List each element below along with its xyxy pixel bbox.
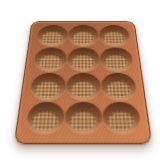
cup-bottom-texture (105, 81, 132, 98)
muffin-cup (100, 73, 136, 100)
muffin-cup (68, 25, 99, 46)
cup-bottom-texture (103, 31, 126, 44)
cup-bottom-texture (72, 31, 95, 44)
muffin-cup (64, 102, 102, 133)
muffin-cup (67, 48, 100, 72)
muffin-cup (36, 25, 68, 46)
cup-bottom-texture (30, 111, 59, 131)
muffin-cup (102, 102, 141, 133)
cup-bottom-texture (37, 54, 62, 69)
cup-bottom-texture (34, 81, 61, 98)
product-photo-muffin-pan (0, 0, 160, 160)
cup-bottom-texture (69, 111, 97, 131)
muffin-cup (33, 48, 67, 72)
muffin-cup (99, 48, 133, 72)
cup-grid (15, 22, 151, 143)
cup-bottom-texture (71, 54, 95, 69)
cup-bottom-texture (70, 81, 96, 98)
cup-bottom-texture (107, 111, 136, 131)
cup-bottom-texture (40, 31, 63, 44)
muffin-cup (29, 73, 65, 100)
muffin-pan-perspective-wrapper (24, 7, 140, 138)
muffin-cup (65, 73, 100, 100)
cup-bottom-texture (104, 54, 129, 69)
muffin-pan (14, 21, 152, 144)
muffin-cup (98, 25, 130, 46)
muffin-cup (25, 102, 64, 133)
